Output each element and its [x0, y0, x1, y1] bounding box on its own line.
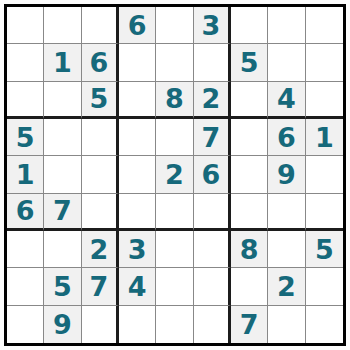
cell-r5c5[interactable]: 2 [156, 156, 193, 193]
cell-r6c2[interactable]: 7 [44, 194, 81, 231]
cell-r5c4[interactable] [119, 156, 156, 193]
cell-r9c2[interactable]: 9 [44, 306, 81, 343]
cell-r5c2[interactable] [44, 156, 81, 193]
cell-r7c7[interactable]: 8 [231, 231, 268, 268]
cell-r4c6[interactable]: 7 [194, 119, 231, 156]
cell-r9c8[interactable] [268, 306, 305, 343]
cell-r4c9[interactable]: 1 [306, 119, 343, 156]
cell-r2c3[interactable]: 6 [82, 44, 119, 81]
cell-r3c7[interactable] [231, 82, 268, 119]
cell-r6c7[interactable] [231, 194, 268, 231]
cell-r1c8[interactable] [268, 7, 305, 44]
cell-r7c8[interactable] [268, 231, 305, 268]
cell-r9c5[interactable] [156, 306, 193, 343]
cell-r4c2[interactable] [44, 119, 81, 156]
cell-r4c7[interactable] [231, 119, 268, 156]
cell-r3c1[interactable] [7, 82, 44, 119]
cell-r5c1[interactable]: 1 [7, 156, 44, 193]
cell-r3c4[interactable] [119, 82, 156, 119]
cell-r7c9[interactable]: 5 [306, 231, 343, 268]
cell-r8c7[interactable] [231, 268, 268, 305]
cell-r3c9[interactable] [306, 82, 343, 119]
cell-r7c1[interactable] [7, 231, 44, 268]
cell-r7c6[interactable] [194, 231, 231, 268]
cell-r4c4[interactable] [119, 119, 156, 156]
cell-r8c1[interactable] [7, 268, 44, 305]
cell-r1c9[interactable] [306, 7, 343, 44]
cell-r1c4[interactable]: 6 [119, 7, 156, 44]
cell-r5c3[interactable] [82, 156, 119, 193]
cell-r4c8[interactable]: 6 [268, 119, 305, 156]
cell-r1c6[interactable]: 3 [194, 7, 231, 44]
cell-r6c3[interactable] [82, 194, 119, 231]
cell-r3c5[interactable]: 8 [156, 82, 193, 119]
cell-r3c8[interactable]: 4 [268, 82, 305, 119]
cell-r2c1[interactable] [7, 44, 44, 81]
cell-r5c7[interactable] [231, 156, 268, 193]
cell-r5c8[interactable]: 9 [268, 156, 305, 193]
cell-r2c8[interactable] [268, 44, 305, 81]
cell-r1c5[interactable] [156, 7, 193, 44]
cell-r3c6[interactable]: 2 [194, 82, 231, 119]
cell-r9c7[interactable]: 7 [231, 306, 268, 343]
cell-r1c1[interactable] [7, 7, 44, 44]
cell-r5c9[interactable] [306, 156, 343, 193]
cell-r2c6[interactable] [194, 44, 231, 81]
cell-r1c3[interactable] [82, 7, 119, 44]
cell-r5c6[interactable]: 6 [194, 156, 231, 193]
cell-r9c4[interactable] [119, 306, 156, 343]
cell-r6c8[interactable] [268, 194, 305, 231]
cell-r8c9[interactable] [306, 268, 343, 305]
cell-r6c1[interactable]: 6 [7, 194, 44, 231]
cell-r6c4[interactable] [119, 194, 156, 231]
cell-r1c7[interactable] [231, 7, 268, 44]
cell-r7c4[interactable]: 3 [119, 231, 156, 268]
cell-r7c3[interactable]: 2 [82, 231, 119, 268]
cell-r8c5[interactable] [156, 268, 193, 305]
cell-r9c1[interactable] [7, 306, 44, 343]
cell-r2c9[interactable] [306, 44, 343, 81]
cell-r6c5[interactable] [156, 194, 193, 231]
cell-r3c3[interactable]: 5 [82, 82, 119, 119]
cell-r2c5[interactable] [156, 44, 193, 81]
cell-r6c9[interactable] [306, 194, 343, 231]
cell-r8c2[interactable]: 5 [44, 268, 81, 305]
cell-r7c5[interactable] [156, 231, 193, 268]
cell-r1c2[interactable] [44, 7, 81, 44]
cell-r9c3[interactable] [82, 306, 119, 343]
cell-r9c9[interactable] [306, 306, 343, 343]
cell-r6c6[interactable] [194, 194, 231, 231]
cell-r3c2[interactable] [44, 82, 81, 119]
cell-r2c2[interactable]: 1 [44, 44, 81, 81]
cell-r9c6[interactable] [194, 306, 231, 343]
cell-r8c4[interactable]: 4 [119, 268, 156, 305]
cell-r8c8[interactable]: 2 [268, 268, 305, 305]
cell-r4c3[interactable] [82, 119, 119, 156]
cell-r8c6[interactable] [194, 268, 231, 305]
cell-r8c3[interactable]: 7 [82, 268, 119, 305]
cell-r2c7[interactable]: 5 [231, 44, 268, 81]
cell-r7c2[interactable] [44, 231, 81, 268]
sudoku-page: 63165582457611269672385574297 [0, 0, 350, 350]
cell-r2c4[interactable] [119, 44, 156, 81]
cell-r4c1[interactable]: 5 [7, 119, 44, 156]
cell-r4c5[interactable] [156, 119, 193, 156]
sudoku-board: 63165582457611269672385574297 [4, 4, 346, 346]
